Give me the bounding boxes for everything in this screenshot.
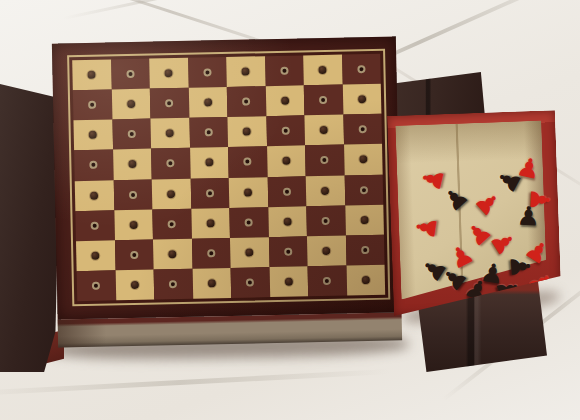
peg-hole <box>285 278 293 286</box>
peg-hole <box>129 190 137 198</box>
board-square <box>308 265 347 296</box>
peg-hole <box>284 247 292 255</box>
peg-hole <box>360 186 368 194</box>
peg-hole <box>204 129 212 137</box>
peg-hole <box>129 221 137 229</box>
board-square <box>231 267 270 298</box>
board-square <box>112 119 151 150</box>
board-square <box>113 149 152 180</box>
peg-hole <box>89 131 97 139</box>
peg-hole <box>90 191 98 199</box>
peg-hole <box>92 282 100 290</box>
peg-hole <box>206 219 214 227</box>
peg-hole <box>283 187 291 195</box>
board-square <box>226 56 265 87</box>
peg-hole <box>321 156 329 164</box>
board-square <box>154 269 193 300</box>
board-square <box>74 150 113 181</box>
board-square <box>345 204 384 235</box>
board-square <box>306 205 345 236</box>
board-square <box>306 175 345 206</box>
peg-hole <box>323 277 331 285</box>
peg-hole <box>359 155 367 163</box>
peg-hole <box>244 188 252 196</box>
board-square <box>152 178 191 209</box>
peg-hole <box>242 68 250 76</box>
peg-hole <box>281 127 289 135</box>
board-square <box>150 88 189 119</box>
peg-hole <box>128 160 136 168</box>
board-square <box>113 179 152 210</box>
peg-hole <box>204 98 212 106</box>
board-square <box>114 239 153 270</box>
board-square <box>227 86 266 117</box>
peg-hole <box>283 217 291 225</box>
board-grid <box>72 54 385 301</box>
board-border-line <box>67 49 390 307</box>
board-square <box>267 146 306 177</box>
peg-hole <box>245 218 253 226</box>
peg-hole <box>88 71 96 79</box>
board-square <box>343 114 382 145</box>
peg-hole <box>358 125 366 133</box>
board-square <box>266 116 305 147</box>
board-square <box>188 87 227 118</box>
board-square <box>111 59 150 90</box>
board-square <box>190 177 229 208</box>
board-square <box>73 120 112 151</box>
board-square <box>190 147 229 178</box>
board-square <box>77 270 116 301</box>
peg-hole <box>358 95 366 103</box>
red-peg-piece: ♟ <box>412 214 441 241</box>
board-square <box>153 239 192 270</box>
peg-hole <box>357 65 365 73</box>
board-square <box>192 268 231 299</box>
peg-hole <box>127 130 135 138</box>
peg-hole <box>168 250 176 258</box>
board-square <box>228 147 267 178</box>
peg-hole <box>203 68 211 76</box>
peg-hole <box>321 186 329 194</box>
board-square <box>268 236 307 267</box>
chess-box <box>52 36 402 347</box>
board-square <box>305 145 344 176</box>
peg-hole <box>362 276 370 284</box>
peg-hole <box>166 129 174 137</box>
peg-hole <box>90 161 98 169</box>
peg-hole <box>88 101 96 109</box>
peg-hole <box>126 70 134 78</box>
peg-hole <box>282 157 290 165</box>
peg-hole <box>91 221 99 229</box>
board-square <box>189 117 228 148</box>
board-square <box>230 237 269 268</box>
board-square <box>307 235 346 266</box>
photo-scene: ♟♟♟♟♟♟♟♟♟♟♟♟♟♟♟♟♟♟♟ <box>0 0 580 420</box>
peg-hole <box>246 278 254 286</box>
board-square <box>342 84 381 115</box>
board-square <box>229 207 268 238</box>
peg-hole <box>206 189 214 197</box>
board-square <box>267 176 306 207</box>
board-square <box>269 266 308 297</box>
peg-hole <box>242 98 250 106</box>
board-square <box>227 116 266 147</box>
board-square <box>344 144 383 175</box>
peg-hole <box>131 281 139 289</box>
board-square <box>265 55 304 86</box>
peg-hole <box>169 280 177 288</box>
board-square <box>303 55 342 86</box>
peg-hole <box>245 248 253 256</box>
peg-hole <box>280 67 288 75</box>
board-square <box>115 269 154 300</box>
chessboard-lid <box>52 36 402 319</box>
board-square <box>304 85 343 116</box>
peg-hole <box>322 247 330 255</box>
board-square <box>345 234 384 265</box>
board-square <box>149 58 188 89</box>
board-square <box>191 208 230 239</box>
drawer-pieces: ♟♟♟♟♟♟♟♟♟♟♟♟♟♟♟♟♟♟♟ <box>395 121 547 308</box>
board-square <box>75 180 114 211</box>
board-square <box>304 115 343 146</box>
board-square <box>346 265 385 296</box>
peg-hole <box>320 126 328 134</box>
board-square <box>188 57 227 88</box>
board-square <box>114 209 153 240</box>
board-square <box>75 210 114 241</box>
black-peg-piece: ♟ <box>516 203 541 230</box>
peg-hole <box>207 249 215 257</box>
peg-hole <box>360 216 368 224</box>
board-square <box>151 148 190 179</box>
peg-hole <box>130 251 138 259</box>
peg-hole <box>168 220 176 228</box>
board-square <box>150 118 189 149</box>
peg-hole <box>361 246 369 254</box>
peg-hole <box>167 190 175 198</box>
peg-hole <box>165 99 173 107</box>
peg-hole <box>243 128 251 136</box>
peg-hole <box>205 159 213 167</box>
peg-hole <box>244 158 252 166</box>
board-square <box>229 177 268 208</box>
board-square <box>344 174 383 205</box>
peg-hole <box>165 69 173 77</box>
peg-hole <box>281 97 289 105</box>
board-square <box>268 206 307 237</box>
peg-hole <box>319 96 327 104</box>
peg-hole <box>322 217 330 225</box>
board-square <box>191 238 230 269</box>
board-square <box>73 90 112 121</box>
peg-hole <box>127 100 135 108</box>
paper-crease <box>63 0 318 20</box>
peg-hole <box>208 279 216 287</box>
board-square <box>265 85 304 116</box>
board-square <box>72 59 111 90</box>
peg-hole <box>91 251 99 259</box>
peg-hole <box>167 160 175 168</box>
board-square <box>152 208 191 239</box>
paper-crease <box>0 369 390 396</box>
board-square <box>76 240 115 271</box>
peg-hole <box>319 66 327 74</box>
board-square <box>342 54 381 85</box>
board-square <box>111 89 150 120</box>
